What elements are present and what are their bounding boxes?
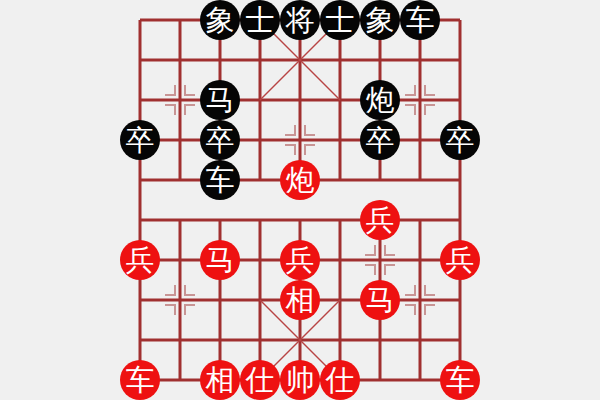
piece-red-soldier-i7[interactable]: 兵: [440, 240, 480, 280]
piece-red-chariot-i10[interactable]: 车: [440, 360, 480, 400]
xiangqi-board: 象士将士象车马炮卒卒卒卒车炮兵兵马兵兵相马车相仕帅仕车: [0, 0, 600, 400]
piece-black-cannon-g3[interactable]: 炮: [360, 80, 400, 120]
piece-red-soldier-g6[interactable]: 兵: [360, 200, 400, 240]
piece-black-elephant-g1[interactable]: 象: [360, 0, 400, 40]
piece-red-soldier-a7[interactable]: 兵: [120, 240, 160, 280]
piece-red-horse-c7[interactable]: 马: [200, 240, 240, 280]
piece-black-advisor-f1[interactable]: 士: [320, 0, 360, 40]
piece-red-chariot-a10[interactable]: 车: [120, 360, 160, 400]
piece-red-elephant-c10[interactable]: 相: [200, 360, 240, 400]
piece-black-advisor-d1[interactable]: 士: [240, 0, 280, 40]
board-pieces: 象士将士象车马炮卒卒卒卒车炮兵兵马兵兵相马车相仕帅仕车: [120, 0, 480, 400]
piece-black-soldier-a4[interactable]: 卒: [120, 120, 160, 160]
piece-red-cannon-e5[interactable]: 炮: [280, 160, 320, 200]
piece-black-soldier-c4[interactable]: 卒: [200, 120, 240, 160]
piece-black-soldier-g4[interactable]: 卒: [360, 120, 400, 160]
piece-black-soldier-i4[interactable]: 卒: [440, 120, 480, 160]
piece-black-elephant-c1[interactable]: 象: [200, 0, 240, 40]
piece-black-general-e1[interactable]: 将: [280, 0, 320, 40]
piece-black-chariot-h1[interactable]: 车: [400, 0, 440, 40]
piece-red-general-e10[interactable]: 帅: [280, 360, 320, 400]
piece-red-advisor-f10[interactable]: 仕: [320, 360, 360, 400]
piece-black-horse-c3[interactable]: 马: [200, 80, 240, 120]
piece-red-soldier-e7[interactable]: 兵: [280, 240, 320, 280]
piece-red-horse-g8[interactable]: 马: [360, 280, 400, 320]
piece-red-advisor-d10[interactable]: 仕: [240, 360, 280, 400]
piece-black-chariot-c5[interactable]: 车: [200, 160, 240, 200]
piece-red-elephant-e8[interactable]: 相: [280, 280, 320, 320]
